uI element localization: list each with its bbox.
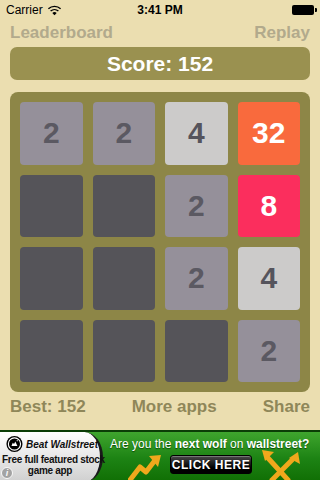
ad-headline-part-bold: wallstreet?: [247, 437, 310, 451]
wolf-logo-icon: [6, 434, 23, 454]
ad-headline-part-bold: next wolf: [175, 437, 227, 451]
tile-2: 2: [238, 320, 301, 383]
share-button[interactable]: Share: [263, 397, 310, 417]
ad-banner[interactable]: Beat Wallstreet Free full featured stock…: [0, 430, 320, 480]
ad-brand-name: Beat Wallstreet: [26, 439, 98, 450]
empty-cell: [93, 247, 156, 310]
score-banner: Score: 152: [10, 47, 310, 80]
stock-arrow-up-icon: [128, 454, 164, 480]
ad-headline-part: on: [227, 437, 247, 451]
ad-brand-bubble: Beat Wallstreet Free full featured stock…: [0, 432, 103, 480]
carrier-label: Carrier: [6, 3, 43, 17]
app-screen: { "game": "2048", "position": "2,2,4,32/…: [0, 0, 320, 480]
leaderboard-button[interactable]: Leaderboard: [10, 23, 113, 43]
best-score-label: Best: 152: [10, 397, 86, 417]
empty-cell: [20, 320, 83, 383]
nav-bar: Leaderboard Replay: [0, 20, 320, 46]
more-apps-button[interactable]: More apps: [132, 397, 217, 417]
tile-2: 2: [165, 175, 228, 238]
click-here-button[interactable]: CLICK HERE: [170, 455, 252, 474]
tile-2: 2: [93, 102, 156, 165]
replay-button[interactable]: Replay: [254, 23, 310, 43]
tile-4: 4: [238, 247, 301, 310]
empty-cell: [93, 175, 156, 238]
crossed-arrows-icon: [258, 450, 302, 480]
ad-headline-part: Are you the: [110, 437, 175, 451]
wifi-icon: [47, 5, 62, 16]
footer-bar: Best: 152 More apps Share: [0, 394, 320, 420]
tile-4: 4: [165, 102, 228, 165]
tile-2: 2: [165, 247, 228, 310]
clock: 3:41 PM: [106, 3, 214, 17]
ad-info-icon[interactable]: i: [1, 467, 13, 479]
tile-2: 2: [20, 102, 83, 165]
ad-headline: Are you the next wolf on wallstreet?: [110, 437, 320, 451]
empty-cell: [165, 320, 228, 383]
game-board[interactable]: 2243228242: [10, 92, 310, 392]
empty-cell: [20, 175, 83, 238]
empty-cell: [93, 320, 156, 383]
empty-cell: [20, 247, 83, 310]
battery-icon: [292, 5, 314, 15]
ad-message-area: Are you the next wolf on wallstreet? CLI…: [106, 432, 320, 480]
status-bar: Carrier 3:41 PM: [0, 0, 320, 20]
ad-tagline-line1: Free full featured stock: [2, 454, 98, 465]
tile-32: 32: [238, 102, 301, 165]
ad-tagline-line2: game app: [2, 465, 98, 476]
tile-8: 8: [238, 175, 301, 238]
score-label: Score: 152: [107, 52, 213, 76]
